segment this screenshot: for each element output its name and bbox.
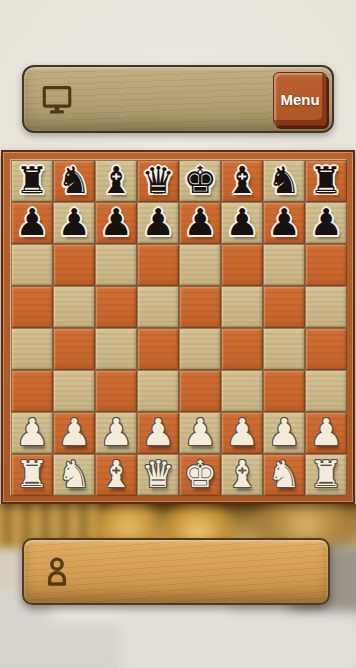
piece-white-pawn: ♟ bbox=[309, 413, 342, 453]
piece-black-pawn: ♟ bbox=[141, 203, 174, 243]
piece-black-rook: ♜ bbox=[15, 161, 48, 201]
piece-black-pawn: ♟ bbox=[225, 203, 258, 243]
piece-white-bishop: ♝ bbox=[225, 455, 258, 495]
square-h1[interactable]: ♜ bbox=[305, 454, 347, 496]
square-d2[interactable]: ♟ bbox=[137, 412, 179, 454]
square-h4[interactable] bbox=[305, 328, 347, 370]
player-bar bbox=[22, 538, 330, 605]
piece-black-pawn: ♟ bbox=[267, 203, 300, 243]
piece-white-pawn: ♟ bbox=[141, 413, 174, 453]
computer-icon bbox=[40, 82, 74, 116]
square-a2[interactable]: ♟ bbox=[11, 412, 53, 454]
square-h8[interactable]: ♜ bbox=[305, 160, 347, 202]
square-b8[interactable]: ♞ bbox=[53, 160, 95, 202]
square-f7[interactable]: ♟ bbox=[221, 202, 263, 244]
piece-white-pawn: ♟ bbox=[267, 413, 300, 453]
piece-black-knight: ♞ bbox=[57, 161, 90, 201]
square-a8[interactable]: ♜ bbox=[11, 160, 53, 202]
square-g2[interactable]: ♟ bbox=[263, 412, 305, 454]
square-d7[interactable]: ♟ bbox=[137, 202, 179, 244]
square-h6[interactable] bbox=[305, 244, 347, 286]
square-c1[interactable]: ♝ bbox=[95, 454, 137, 496]
square-b1[interactable]: ♞ bbox=[53, 454, 95, 496]
square-d8[interactable]: ♛ bbox=[137, 160, 179, 202]
person-icon bbox=[40, 555, 74, 589]
square-e8[interactable]: ♚ bbox=[179, 160, 221, 202]
piece-black-pawn: ♟ bbox=[57, 203, 90, 243]
piece-black-pawn: ♟ bbox=[15, 203, 48, 243]
square-c8[interactable]: ♝ bbox=[95, 160, 137, 202]
square-h5[interactable] bbox=[305, 286, 347, 328]
piece-white-rook: ♜ bbox=[309, 455, 342, 495]
piece-black-pawn: ♟ bbox=[99, 203, 132, 243]
square-e7[interactable]: ♟ bbox=[179, 202, 221, 244]
square-a5[interactable] bbox=[11, 286, 53, 328]
photo-blur-patch bbox=[120, 614, 356, 668]
piece-black-pawn: ♟ bbox=[183, 203, 216, 243]
piece-white-pawn: ♟ bbox=[57, 413, 90, 453]
piece-white-queen: ♛ bbox=[141, 455, 174, 495]
piece-white-pawn: ♟ bbox=[99, 413, 132, 453]
piece-black-pawn: ♟ bbox=[309, 203, 342, 243]
piece-white-knight: ♞ bbox=[267, 455, 300, 495]
square-a1[interactable]: ♜ bbox=[11, 454, 53, 496]
square-c6[interactable] bbox=[95, 244, 137, 286]
square-h7[interactable]: ♟ bbox=[305, 202, 347, 244]
piece-white-pawn: ♟ bbox=[225, 413, 258, 453]
board-grid: ♜♞♝♛♚♝♞♜♟♟♟♟♟♟♟♟♟♟♟♟♟♟♟♟♜♞♝♛♚♝♞♜ bbox=[10, 159, 346, 495]
square-e5[interactable] bbox=[179, 286, 221, 328]
piece-white-pawn: ♟ bbox=[15, 413, 48, 453]
square-e1[interactable]: ♚ bbox=[179, 454, 221, 496]
square-b5[interactable] bbox=[53, 286, 95, 328]
square-g5[interactable] bbox=[263, 286, 305, 328]
piece-white-king: ♚ bbox=[183, 455, 216, 495]
piece-black-rook: ♜ bbox=[309, 161, 342, 201]
square-h2[interactable]: ♟ bbox=[305, 412, 347, 454]
square-f3[interactable] bbox=[221, 370, 263, 412]
square-a4[interactable] bbox=[11, 328, 53, 370]
square-g6[interactable] bbox=[263, 244, 305, 286]
piece-white-pawn: ♟ bbox=[183, 413, 216, 453]
square-c5[interactable] bbox=[95, 286, 137, 328]
piece-black-bishop: ♝ bbox=[225, 161, 258, 201]
square-c7[interactable]: ♟ bbox=[95, 202, 137, 244]
square-a6[interactable] bbox=[11, 244, 53, 286]
square-f1[interactable]: ♝ bbox=[221, 454, 263, 496]
square-g4[interactable] bbox=[263, 328, 305, 370]
square-e4[interactable] bbox=[179, 328, 221, 370]
square-c3[interactable] bbox=[95, 370, 137, 412]
piece-white-rook: ♜ bbox=[15, 455, 48, 495]
square-a3[interactable] bbox=[11, 370, 53, 412]
square-h3[interactable] bbox=[305, 370, 347, 412]
square-f8[interactable]: ♝ bbox=[221, 160, 263, 202]
square-b3[interactable] bbox=[53, 370, 95, 412]
opponent-bar: Menu bbox=[22, 65, 334, 133]
square-e2[interactable]: ♟ bbox=[179, 412, 221, 454]
square-f4[interactable] bbox=[221, 328, 263, 370]
square-d5[interactable] bbox=[137, 286, 179, 328]
square-d6[interactable] bbox=[137, 244, 179, 286]
square-b7[interactable]: ♟ bbox=[53, 202, 95, 244]
square-e6[interactable] bbox=[179, 244, 221, 286]
square-f6[interactable] bbox=[221, 244, 263, 286]
piece-white-bishop: ♝ bbox=[99, 455, 132, 495]
square-d4[interactable] bbox=[137, 328, 179, 370]
square-g1[interactable]: ♞ bbox=[263, 454, 305, 496]
app-screen: Menu ♜♞♝♛♚♝♞♜♟♟♟♟♟♟♟♟♟♟♟♟♟♟♟♟♜♞♝♛♚♝♞♜ bbox=[0, 0, 356, 668]
square-f5[interactable] bbox=[221, 286, 263, 328]
piece-black-king: ♚ bbox=[183, 161, 216, 201]
square-d1[interactable]: ♛ bbox=[137, 454, 179, 496]
square-g8[interactable]: ♞ bbox=[263, 160, 305, 202]
piece-white-knight: ♞ bbox=[57, 455, 90, 495]
menu-button[interactable]: Menu bbox=[273, 72, 327, 126]
chess-board: ♜♞♝♛♚♝♞♜♟♟♟♟♟♟♟♟♟♟♟♟♟♟♟♟♜♞♝♛♚♝♞♜ bbox=[1, 150, 355, 504]
piece-black-queen: ♛ bbox=[141, 161, 174, 201]
square-g3[interactable] bbox=[263, 370, 305, 412]
piece-black-bishop: ♝ bbox=[99, 161, 132, 201]
square-c2[interactable]: ♟ bbox=[95, 412, 137, 454]
square-b6[interactable] bbox=[53, 244, 95, 286]
square-c4[interactable] bbox=[95, 328, 137, 370]
square-b4[interactable] bbox=[53, 328, 95, 370]
square-g7[interactable]: ♟ bbox=[263, 202, 305, 244]
square-a7[interactable]: ♟ bbox=[11, 202, 53, 244]
square-e3[interactable] bbox=[179, 370, 221, 412]
square-f2[interactable]: ♟ bbox=[221, 412, 263, 454]
square-d3[interactable] bbox=[137, 370, 179, 412]
piece-black-knight: ♞ bbox=[267, 161, 300, 201]
square-b2[interactable]: ♟ bbox=[53, 412, 95, 454]
